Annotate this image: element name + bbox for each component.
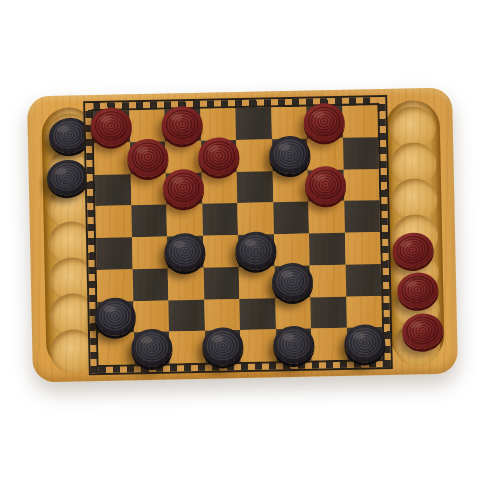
board-square[interactable] xyxy=(165,141,201,173)
board-square[interactable] xyxy=(344,200,380,232)
black-checker-piece[interactable] xyxy=(344,324,386,363)
red-checker-piece[interactable] xyxy=(394,270,440,311)
piece-rings xyxy=(131,329,173,368)
board-square[interactable] xyxy=(129,110,165,142)
board-square[interactable] xyxy=(273,202,309,234)
black-checker-piece[interactable] xyxy=(271,262,313,301)
piece-rings xyxy=(164,233,206,272)
piece-rings xyxy=(198,137,240,176)
board-square[interactable] xyxy=(240,330,276,362)
piece-rings xyxy=(163,169,205,208)
board-square[interactable] xyxy=(343,169,379,201)
board-square[interactable] xyxy=(342,105,378,137)
piece-rings xyxy=(394,270,440,311)
piece-rings xyxy=(44,157,90,198)
board-square[interactable] xyxy=(310,296,346,328)
board-square[interactable] xyxy=(168,268,204,300)
black-checker-piece[interactable] xyxy=(202,327,244,366)
board-square[interactable] xyxy=(94,142,130,174)
piece-rings xyxy=(305,166,347,205)
board-square[interactable] xyxy=(310,265,346,297)
board-square[interactable] xyxy=(345,264,381,296)
board-square[interactable] xyxy=(169,331,205,363)
red-checker-piece[interactable] xyxy=(163,169,205,208)
board-square[interactable] xyxy=(308,201,344,233)
red-checker-piece[interactable] xyxy=(389,230,435,271)
checkers-board xyxy=(27,88,458,383)
board-square[interactable] xyxy=(131,205,167,237)
board-square[interactable] xyxy=(97,269,133,301)
black-checker-piece[interactable] xyxy=(273,326,315,365)
board-square[interactable] xyxy=(132,237,168,269)
board-square[interactable] xyxy=(96,237,132,269)
board-square[interactable] xyxy=(203,267,239,299)
board-square[interactable] xyxy=(235,107,271,139)
board-square[interactable] xyxy=(200,108,236,140)
board-square[interactable] xyxy=(309,233,345,265)
piece-rings xyxy=(271,262,313,301)
board-square[interactable] xyxy=(239,266,275,298)
board-square[interactable] xyxy=(202,203,238,235)
board-square[interactable] xyxy=(237,171,273,203)
piece-rings xyxy=(202,327,244,366)
board-square[interactable] xyxy=(95,206,131,238)
red-checker-piece[interactable] xyxy=(399,311,445,352)
red-checker-piece[interactable] xyxy=(305,166,347,205)
board-square[interactable] xyxy=(204,299,240,331)
board-square[interactable] xyxy=(168,299,204,331)
red-checker-piece[interactable] xyxy=(198,137,240,176)
board-square[interactable] xyxy=(132,268,168,300)
board-square[interactable] xyxy=(344,232,380,264)
board-square[interactable] xyxy=(95,174,131,206)
board-square[interactable] xyxy=(273,234,309,266)
photo-background xyxy=(0,0,488,488)
board-square[interactable] xyxy=(272,170,308,202)
board-square[interactable] xyxy=(311,328,347,360)
board-square[interactable] xyxy=(133,300,169,332)
piece-tray-right xyxy=(385,100,444,363)
piece-rings xyxy=(389,230,435,271)
board-square[interactable] xyxy=(98,333,134,365)
board-square[interactable] xyxy=(201,172,237,204)
board-square[interactable] xyxy=(203,235,239,267)
board-square[interactable] xyxy=(342,137,378,169)
piece-rings xyxy=(304,103,346,142)
board-square[interactable] xyxy=(239,298,275,330)
black-checker-piece[interactable] xyxy=(131,329,173,368)
board-square[interactable] xyxy=(275,297,311,329)
black-checker-piece[interactable] xyxy=(44,157,90,198)
board-square[interactable] xyxy=(236,139,272,171)
board-square[interactable] xyxy=(166,204,202,236)
board-square[interactable] xyxy=(237,203,273,235)
piece-rings xyxy=(344,324,386,363)
board-square[interactable] xyxy=(346,296,382,328)
board-square[interactable] xyxy=(271,107,307,139)
piece-rings xyxy=(399,311,445,352)
board-square[interactable] xyxy=(307,138,343,170)
black-checker-piece[interactable] xyxy=(164,233,206,272)
red-checker-piece[interactable] xyxy=(304,103,346,142)
piece-rings xyxy=(273,326,315,365)
board-square[interactable] xyxy=(130,173,166,205)
playing-field xyxy=(85,97,391,373)
